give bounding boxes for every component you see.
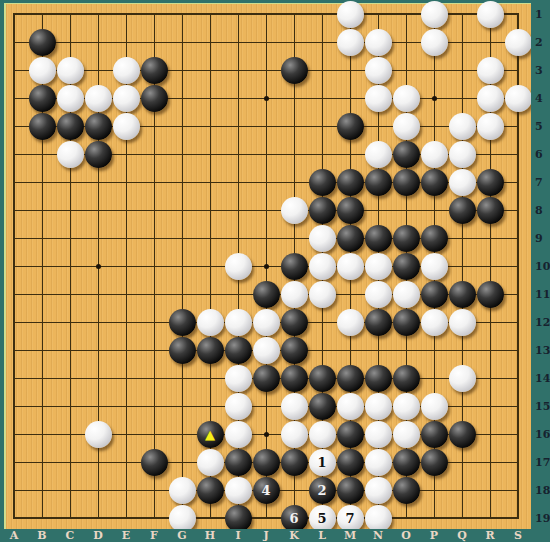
triangle-mark-icon: ▲ <box>205 428 215 441</box>
stone-black-N9[interactable] <box>365 225 392 252</box>
go-board[interactable]: ▲142657 ABCDEFGHIJKLMNOPQRS 123456789101… <box>0 0 550 542</box>
column-label-H: H <box>205 529 215 542</box>
stone-white-N11[interactable] <box>365 281 392 308</box>
stone-black-J18[interactable]: 4 <box>253 477 280 504</box>
column-label-G: G <box>177 529 186 542</box>
stone-black-K13[interactable] <box>281 337 308 364</box>
row-label-16: 16 <box>535 429 550 440</box>
stone-black-F17[interactable] <box>141 449 168 476</box>
row-label-17: 17 <box>535 457 550 468</box>
stone-white-I18[interactable] <box>225 477 252 504</box>
stone-white-L10[interactable] <box>309 253 336 280</box>
stone-white-S2[interactable] <box>505 29 532 56</box>
stone-black-R7[interactable] <box>477 169 504 196</box>
row-label-15: 15 <box>535 401 550 412</box>
row-label-9: 9 <box>535 233 543 244</box>
star-point <box>264 432 269 437</box>
stone-black-G12[interactable] <box>169 309 196 336</box>
stone-white-H12[interactable] <box>197 309 224 336</box>
star-point <box>264 264 269 269</box>
stone-black-M7[interactable] <box>337 169 364 196</box>
stone-white-N19[interactable] <box>365 505 392 532</box>
stone-black-L14[interactable] <box>309 365 336 392</box>
stone-white-K16[interactable] <box>281 421 308 448</box>
stone-white-E3[interactable] <box>113 57 140 84</box>
stone-white-Q7[interactable] <box>449 169 476 196</box>
stone-black-F4[interactable] <box>141 85 168 112</box>
stone-black-I13[interactable] <box>225 337 252 364</box>
stone-black-K14[interactable] <box>281 365 308 392</box>
stone-black-J17[interactable] <box>253 449 280 476</box>
stone-white-K8[interactable] <box>281 197 308 224</box>
column-label-D: D <box>93 529 103 542</box>
stone-black-L18[interactable]: 2 <box>309 477 336 504</box>
stone-black-O6[interactable] <box>393 141 420 168</box>
stone-white-C4[interactable] <box>57 85 84 112</box>
stone-black-R11[interactable] <box>477 281 504 308</box>
column-label-I: I <box>235 529 240 542</box>
stone-white-N6[interactable] <box>365 141 392 168</box>
stone-black-C5[interactable] <box>57 113 84 140</box>
stone-white-P10[interactable] <box>421 253 448 280</box>
stone-white-Q12[interactable] <box>449 309 476 336</box>
column-label-O: O <box>401 529 411 542</box>
stone-black-K3[interactable] <box>281 57 308 84</box>
row-label-strip: 12345678910111213141516171819 <box>531 0 550 542</box>
stone-black-O17[interactable] <box>393 449 420 476</box>
stone-black-N7[interactable] <box>365 169 392 196</box>
stone-black-B2[interactable] <box>29 29 56 56</box>
stone-white-M19[interactable]: 7 <box>337 505 364 532</box>
stone-black-B4[interactable] <box>29 85 56 112</box>
row-label-3: 3 <box>535 65 543 76</box>
stone-white-C6[interactable] <box>57 141 84 168</box>
column-label-K: K <box>289 529 299 542</box>
stone-black-L8[interactable] <box>309 197 336 224</box>
stone-white-O11[interactable] <box>393 281 420 308</box>
stone-black-Q8[interactable] <box>449 197 476 224</box>
stone-black-K19[interactable]: 6 <box>281 505 308 532</box>
stone-black-I17[interactable] <box>225 449 252 476</box>
stone-white-L11[interactable] <box>309 281 336 308</box>
move-number-label: 7 <box>345 512 354 525</box>
stone-white-R5[interactable] <box>477 113 504 140</box>
stone-white-R4[interactable] <box>477 85 504 112</box>
stone-white-I15[interactable] <box>225 393 252 420</box>
stone-white-K15[interactable] <box>281 393 308 420</box>
stone-black-L7[interactable] <box>309 169 336 196</box>
move-number-label: 6 <box>289 512 298 525</box>
stone-white-N2[interactable] <box>365 29 392 56</box>
stone-white-J12[interactable] <box>253 309 280 336</box>
row-label-12: 12 <box>535 317 550 328</box>
stone-black-O14[interactable] <box>393 365 420 392</box>
star-point <box>96 264 101 269</box>
star-point <box>432 96 437 101</box>
row-label-4: 4 <box>535 93 543 104</box>
stone-black-P9[interactable] <box>421 225 448 252</box>
stone-white-P12[interactable] <box>421 309 448 336</box>
column-label-A: A <box>10 529 19 542</box>
row-label-14: 14 <box>535 373 550 384</box>
stone-white-N4[interactable] <box>365 85 392 112</box>
stone-white-R3[interactable] <box>477 57 504 84</box>
row-label-11: 11 <box>535 289 550 300</box>
stone-white-E5[interactable] <box>113 113 140 140</box>
stone-black-M8[interactable] <box>337 197 364 224</box>
stone-black-J14[interactable] <box>253 365 280 392</box>
move-number-label: 1 <box>317 456 326 469</box>
stone-white-L9[interactable] <box>309 225 336 252</box>
stone-white-G18[interactable] <box>169 477 196 504</box>
row-label-2: 2 <box>535 37 543 48</box>
stone-black-H13[interactable] <box>197 337 224 364</box>
stone-white-N18[interactable] <box>365 477 392 504</box>
stone-white-C3[interactable] <box>57 57 84 84</box>
column-label-N: N <box>373 529 383 542</box>
row-label-10: 10 <box>535 261 550 272</box>
stone-black-J11[interactable] <box>253 281 280 308</box>
stone-black-G13[interactable] <box>169 337 196 364</box>
stone-white-N17[interactable] <box>365 449 392 476</box>
stone-black-I19[interactable] <box>225 505 252 532</box>
stone-black-K17[interactable] <box>281 449 308 476</box>
stone-white-M15[interactable] <box>337 393 364 420</box>
stone-white-M12[interactable] <box>337 309 364 336</box>
column-label-P: P <box>430 529 438 542</box>
row-label-1: 1 <box>535 9 543 20</box>
stone-white-O4[interactable] <box>393 85 420 112</box>
stone-black-K10[interactable] <box>281 253 308 280</box>
stone-black-P7[interactable] <box>421 169 448 196</box>
stone-white-D4[interactable] <box>85 85 112 112</box>
stone-black-P17[interactable] <box>421 449 448 476</box>
stone-black-Q11[interactable] <box>449 281 476 308</box>
row-label-6: 6 <box>535 149 543 160</box>
stone-white-O15[interactable] <box>393 393 420 420</box>
column-label-Q: Q <box>457 529 467 542</box>
stone-black-M14[interactable] <box>337 365 364 392</box>
row-label-19: 19 <box>535 513 550 524</box>
stone-black-O12[interactable] <box>393 309 420 336</box>
row-label-7: 7 <box>535 177 543 188</box>
move-number-label: 2 <box>317 484 326 497</box>
stone-white-P2[interactable] <box>421 29 448 56</box>
stone-white-P1[interactable] <box>421 1 448 28</box>
stone-black-D6[interactable] <box>85 141 112 168</box>
column-label-B: B <box>37 529 46 542</box>
column-label-M: M <box>344 529 356 542</box>
stone-white-N15[interactable] <box>365 393 392 420</box>
stone-white-P15[interactable] <box>421 393 448 420</box>
stone-white-N10[interactable] <box>365 253 392 280</box>
stone-white-Q14[interactable] <box>449 365 476 392</box>
column-label-C: C <box>66 529 75 542</box>
stone-black-M5[interactable] <box>337 113 364 140</box>
stone-white-Q6[interactable] <box>449 141 476 168</box>
stone-white-N3[interactable] <box>365 57 392 84</box>
stone-white-R1[interactable] <box>477 1 504 28</box>
stone-white-P6[interactable] <box>421 141 448 168</box>
column-label-R: R <box>485 529 494 542</box>
row-label-8: 8 <box>535 205 543 216</box>
stone-black-H16[interactable]: ▲ <box>197 421 224 448</box>
stone-white-L16[interactable] <box>309 421 336 448</box>
stone-black-O18[interactable] <box>393 477 420 504</box>
stone-black-L15[interactable] <box>309 393 336 420</box>
stone-white-O5[interactable] <box>393 113 420 140</box>
stone-white-B3[interactable] <box>29 57 56 84</box>
stone-white-M2[interactable] <box>337 29 364 56</box>
row-label-13: 13 <box>535 345 550 356</box>
stone-black-D5[interactable] <box>85 113 112 140</box>
stone-white-M10[interactable] <box>337 253 364 280</box>
column-label-strip: ABCDEFGHIJKLMNOPQRS <box>0 529 550 542</box>
stone-black-M9[interactable] <box>337 225 364 252</box>
stone-white-Q5[interactable] <box>449 113 476 140</box>
stone-white-D16[interactable] <box>85 421 112 448</box>
stone-black-M18[interactable] <box>337 477 364 504</box>
stone-black-M17[interactable] <box>337 449 364 476</box>
stone-white-G19[interactable] <box>169 505 196 532</box>
stone-black-K12[interactable] <box>281 309 308 336</box>
stone-white-I14[interactable] <box>225 365 252 392</box>
stone-black-H18[interactable] <box>197 477 224 504</box>
star-point <box>264 96 269 101</box>
column-label-L: L <box>318 529 326 542</box>
stone-white-I16[interactable] <box>225 421 252 448</box>
row-label-18: 18 <box>535 485 550 496</box>
stone-black-N14[interactable] <box>365 365 392 392</box>
stone-white-H17[interactable] <box>197 449 224 476</box>
stone-black-O10[interactable] <box>393 253 420 280</box>
stone-white-O16[interactable] <box>393 421 420 448</box>
column-label-S: S <box>514 529 522 542</box>
stone-white-E4[interactable] <box>113 85 140 112</box>
stone-black-N12[interactable] <box>365 309 392 336</box>
stone-white-L19[interactable]: 5 <box>309 505 336 532</box>
stone-white-S4[interactable] <box>505 85 532 112</box>
stone-black-R8[interactable] <box>477 197 504 224</box>
stone-black-P11[interactable] <box>421 281 448 308</box>
column-label-F: F <box>150 529 158 542</box>
stone-black-F3[interactable] <box>141 57 168 84</box>
move-number-label: 4 <box>261 484 270 497</box>
column-label-E: E <box>122 529 130 542</box>
stone-white-J13[interactable] <box>253 337 280 364</box>
stone-black-P16[interactable] <box>421 421 448 448</box>
stone-black-O7[interactable] <box>393 169 420 196</box>
stone-white-M1[interactable] <box>337 1 364 28</box>
column-label-J: J <box>263 529 268 542</box>
stone-white-I12[interactable] <box>225 309 252 336</box>
move-number-label: 5 <box>317 512 326 525</box>
row-label-5: 5 <box>535 121 543 132</box>
stone-white-N16[interactable] <box>365 421 392 448</box>
stone-black-O9[interactable] <box>393 225 420 252</box>
stone-black-Q16[interactable] <box>449 421 476 448</box>
stone-white-L17[interactable]: 1 <box>309 449 336 476</box>
stone-white-K11[interactable] <box>281 281 308 308</box>
stone-white-I10[interactable] <box>225 253 252 280</box>
stone-black-B5[interactable] <box>29 113 56 140</box>
stone-black-M16[interactable] <box>337 421 364 448</box>
